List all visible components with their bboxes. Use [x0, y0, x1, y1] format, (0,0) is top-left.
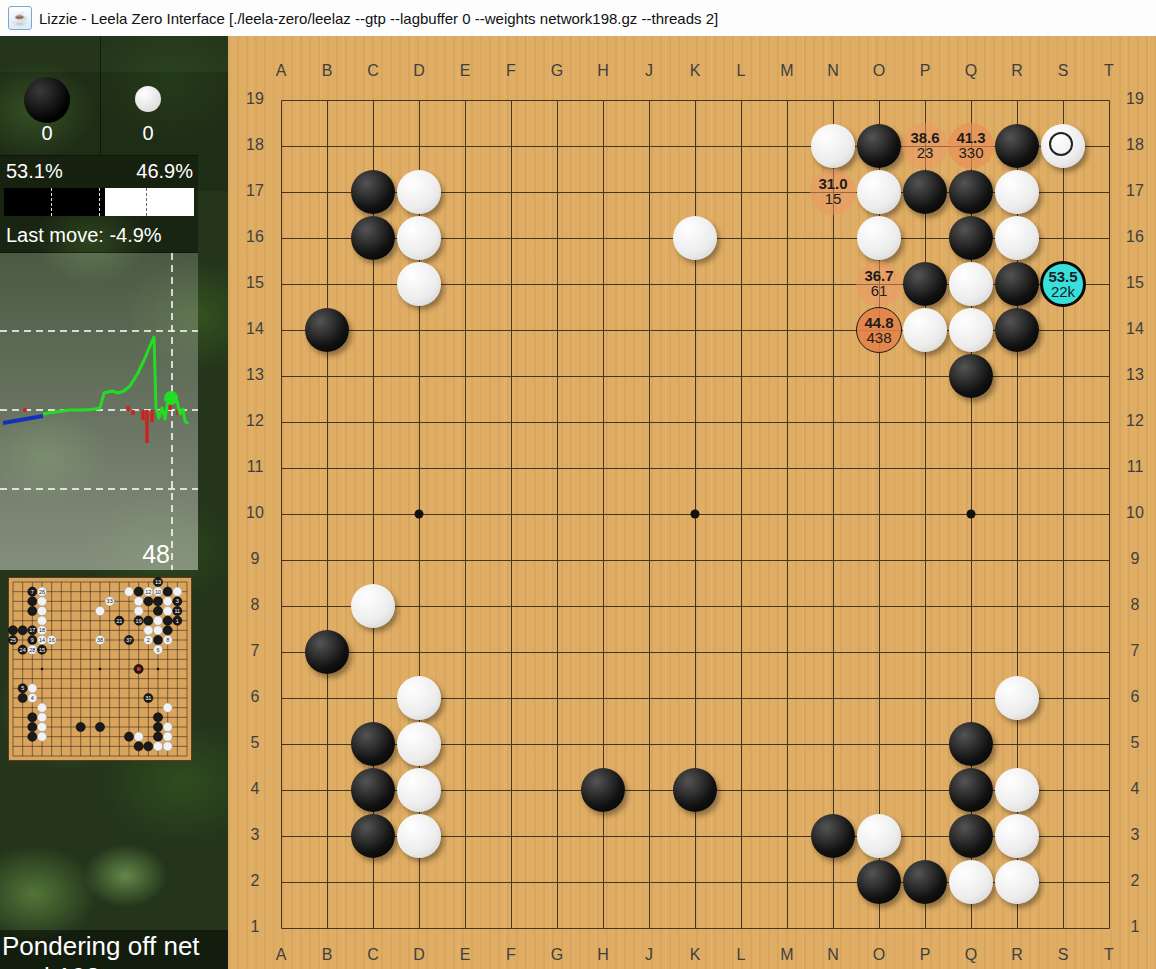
row-label-left: 6 — [238, 688, 272, 706]
row-label-right: 17 — [1118, 182, 1152, 200]
svg-text:37: 37 — [126, 637, 132, 643]
col-label-top: H — [586, 62, 620, 80]
sub-stone-R3 — [163, 732, 172, 741]
row-label-right: 13 — [1118, 366, 1152, 384]
stone-O18 — [857, 124, 901, 168]
suggestion-O15[interactable]: 36.761 — [856, 261, 902, 307]
col-label-bottom: J — [632, 946, 666, 964]
sub-stone-C8 — [28, 684, 37, 693]
col-label-bottom: A — [264, 946, 298, 964]
stone-R18 — [995, 124, 1039, 168]
col-label-top: T — [1092, 62, 1126, 80]
col-label-bottom: P — [908, 946, 942, 964]
row-label-right: 3 — [1118, 826, 1152, 844]
svg-text:18: 18 — [39, 627, 45, 633]
stone-O16 — [857, 216, 901, 260]
col-label-bottom: B — [310, 946, 344, 964]
row-label-left: 10 — [238, 504, 272, 522]
stone-Q17 — [949, 170, 993, 214]
col-label-bottom: Q — [954, 946, 988, 964]
stone-O3 — [857, 814, 901, 858]
svg-text:21: 21 — [116, 618, 122, 624]
sub-stone-O2 — [134, 742, 143, 751]
sub-stone-R18 — [163, 587, 172, 596]
graph-current-move-dot — [164, 391, 178, 405]
black-stone-icon — [24, 77, 70, 123]
sub-stone-O17 — [134, 597, 143, 606]
row-label-right: 2 — [1118, 872, 1152, 890]
sub-stone-P15 — [144, 616, 153, 625]
svg-text:4: 4 — [31, 695, 34, 701]
col-label-top: D — [402, 62, 436, 80]
row-label-right: 15 — [1118, 274, 1152, 292]
sub-stone-Q16 — [153, 606, 162, 615]
svg-text:10: 10 — [155, 589, 161, 595]
sub-stone-D6 — [37, 703, 46, 712]
stone-O17 — [857, 170, 901, 214]
col-label-top: R — [1000, 62, 1034, 80]
sub-stone-P14 — [144, 626, 153, 635]
window-title: Lizzie - Leela Zero Interface [./leela-z… — [39, 10, 718, 27]
sub-stone-B7 — [18, 693, 27, 702]
sub-stone-Q17 — [153, 597, 162, 606]
row-label-right: 18 — [1118, 136, 1152, 154]
stone-Q2 — [949, 860, 993, 904]
svg-text:2: 2 — [147, 637, 150, 643]
col-label-top: J — [632, 62, 666, 80]
sub-stone-P2 — [144, 742, 153, 751]
stone-P2 — [903, 860, 947, 904]
variation-subboard: 1372612103331121191171825914163837282428… — [8, 577, 192, 761]
row-label-left: 3 — [238, 826, 272, 844]
sub-stone-O3 — [134, 732, 143, 741]
row-label-right: 19 — [1118, 90, 1152, 108]
stone-D6 — [397, 676, 441, 720]
col-label-top: G — [540, 62, 574, 80]
stone-P17 — [903, 170, 947, 214]
sub-stone-D17 — [37, 597, 46, 606]
stone-D4 — [397, 768, 441, 812]
sub-stone-P17 — [144, 597, 153, 606]
stone-D16 — [397, 216, 441, 260]
col-label-bottom: N — [816, 946, 850, 964]
stone-C3 — [351, 814, 395, 858]
status-text-clipped: work198.gz — [2, 962, 135, 969]
captures-divider — [100, 36, 101, 155]
row-label-right: 7 — [1118, 642, 1152, 660]
sub-stone-C5 — [28, 713, 37, 722]
stone-R4 — [995, 768, 1039, 812]
row-label-left: 19 — [238, 90, 272, 108]
col-label-bottom: H — [586, 946, 620, 964]
row-label-right: 14 — [1118, 320, 1152, 338]
sub-stone-D4 — [37, 722, 46, 731]
sub-stone-A14 — [8, 626, 17, 635]
row-label-right: 1 — [1118, 918, 1152, 936]
col-label-bottom: O — [862, 946, 896, 964]
stone-S18 — [1041, 124, 1085, 168]
col-label-bottom: C — [356, 946, 390, 964]
stone-D15 — [397, 262, 441, 306]
col-label-top: A — [264, 62, 298, 80]
sub-stone-Q5 — [153, 713, 162, 722]
stone-P15 — [903, 262, 947, 306]
sub-stone-R6 — [163, 703, 172, 712]
sub-stone-B14 — [18, 626, 27, 635]
svg-text:14: 14 — [39, 637, 45, 643]
svg-text:1: 1 — [176, 618, 179, 624]
star-point — [415, 510, 424, 519]
suggestion-N17[interactable]: 31.015 — [810, 169, 856, 215]
title-bar: ☕ Lizzie - Leela Zero Interface [./leela… — [0, 0, 1156, 37]
row-label-left: 7 — [238, 642, 272, 660]
stone-R6 — [995, 676, 1039, 720]
sub-stone-K16 — [95, 606, 104, 615]
sub-stone-R2 — [163, 742, 172, 751]
col-label-top: B — [310, 62, 344, 80]
stone-N18 — [811, 124, 855, 168]
svg-text:28: 28 — [29, 647, 35, 653]
stone-Q5 — [949, 722, 993, 766]
white-captures-count: 0 — [128, 122, 168, 145]
status-text: Pondering off net — [2, 931, 200, 962]
stone-P14 — [903, 308, 947, 352]
col-label-top: E — [448, 62, 482, 80]
stone-C5 — [351, 722, 395, 766]
col-label-top: S — [1046, 62, 1080, 80]
svg-text:31: 31 — [145, 695, 151, 701]
col-label-top: K — [678, 62, 712, 80]
winrate-bar-black — [4, 188, 105, 216]
white-stone-icon — [135, 86, 161, 112]
col-label-bottom: M — [770, 946, 804, 964]
stone-O2 — [857, 860, 901, 904]
star-point — [967, 510, 976, 519]
winrate-tick-25 — [51, 188, 52, 216]
col-label-top: N — [816, 62, 850, 80]
stone-Q13 — [949, 354, 993, 398]
sub-stone-K4 — [95, 722, 104, 731]
java-coffee-icon: ☕ — [8, 6, 32, 30]
stone-B7 — [305, 630, 349, 674]
col-label-bottom: K — [678, 946, 712, 964]
svg-text:6: 6 — [156, 647, 159, 653]
svg-text:33: 33 — [107, 598, 113, 604]
svg-text:38: 38 — [97, 637, 103, 643]
stone-D3 — [397, 814, 441, 858]
stone-R2 — [995, 860, 1039, 904]
suggestion-O14[interactable]: 44.8438 — [856, 307, 902, 353]
svg-text:7: 7 — [31, 589, 34, 595]
sub-stone-D16 — [37, 606, 46, 615]
stone-Q3 — [949, 814, 993, 858]
row-label-left: 13 — [238, 366, 272, 384]
svg-text:17: 17 — [29, 627, 35, 633]
stone-D5 — [397, 722, 441, 766]
stone-R3 — [995, 814, 1039, 858]
suggestion-P18[interactable]: 38.623 — [902, 123, 948, 169]
sub-stone-C17 — [28, 597, 37, 606]
stone-B14 — [305, 308, 349, 352]
svg-text:5: 5 — [21, 685, 24, 691]
row-label-left: 8 — [238, 596, 272, 614]
svg-text:19: 19 — [136, 618, 142, 624]
suggestion-S15[interactable]: 53.522k — [1040, 261, 1086, 307]
svg-text:15: 15 — [39, 647, 45, 653]
stone-Q16 — [949, 216, 993, 260]
sub-stone-Q13 — [153, 635, 162, 644]
svg-text:3: 3 — [176, 598, 179, 604]
sub-stone-O16 — [134, 606, 143, 615]
current-move-number: 48 — [118, 540, 170, 569]
row-label-left: 1 — [238, 918, 272, 936]
sub-stone-H4 — [76, 722, 85, 731]
row-label-right: 5 — [1118, 734, 1152, 752]
row-label-left: 11 — [238, 458, 272, 476]
row-label-left: 9 — [238, 550, 272, 568]
sub-stone-R14 — [163, 626, 172, 635]
col-label-bottom: E — [448, 946, 482, 964]
sub-stone-O18 — [134, 587, 143, 596]
svg-text:9: 9 — [31, 637, 34, 643]
col-label-top: L — [724, 62, 758, 80]
sub-stone-R16 — [163, 606, 172, 615]
col-label-top: C — [356, 62, 390, 80]
stone-R16 — [995, 216, 1039, 260]
sub-stone-D3 — [37, 732, 46, 741]
stone-K16 — [673, 216, 717, 260]
svg-text:13: 13 — [155, 579, 161, 585]
col-label-top: P — [908, 62, 942, 80]
stone-K4 — [673, 768, 717, 812]
row-label-left: 2 — [238, 872, 272, 890]
sub-stone-R17 — [163, 597, 172, 606]
sub-stone-S18 — [173, 587, 182, 596]
col-label-bottom: D — [402, 946, 436, 964]
star-point — [691, 510, 700, 519]
sub-stone-Q2 — [153, 742, 162, 751]
svg-text:16: 16 — [49, 637, 55, 643]
svg-text:8: 8 — [166, 637, 169, 643]
stone-C8 — [351, 584, 395, 628]
black-captures-count: 0 — [27, 122, 67, 145]
stone-Q14 — [949, 308, 993, 352]
stone-C17 — [351, 170, 395, 214]
sub-stone-Q15 — [153, 616, 162, 625]
col-label-top: O — [862, 62, 896, 80]
row-label-left: 14 — [238, 320, 272, 338]
row-label-left: 12 — [238, 412, 272, 430]
svg-text:12: 12 — [145, 589, 151, 595]
row-label-right: 4 — [1118, 780, 1152, 798]
last-move-delta: Last move: -4.9% — [6, 224, 162, 247]
stone-Q4 — [949, 768, 993, 812]
sub-stone-Q3 — [153, 732, 162, 741]
col-label-bottom: F — [494, 946, 528, 964]
white-winrate-label: 46.9% — [3, 160, 193, 183]
sub-stone-C16 — [28, 606, 37, 615]
col-label-top: F — [494, 62, 528, 80]
col-label-top: Q — [954, 62, 988, 80]
sub-stone-C3 — [28, 732, 37, 741]
row-label-right: 9 — [1118, 550, 1152, 568]
row-label-right: 6 — [1118, 688, 1152, 706]
row-label-right: 16 — [1118, 228, 1152, 246]
sub-stone-D5 — [37, 713, 46, 722]
svg-text:26: 26 — [39, 589, 45, 595]
svg-text:25: 25 — [10, 637, 16, 643]
stone-R15 — [995, 262, 1039, 306]
lizzie-window: ☕ Lizzie - Leela Zero Interface [./leela… — [0, 0, 1156, 969]
col-label-bottom: L — [724, 946, 758, 964]
row-label-right: 8 — [1118, 596, 1152, 614]
winrate-graph[interactable] — [0, 253, 198, 570]
suggestion-Q18[interactable]: 41.3330 — [948, 123, 994, 169]
stone-H4 — [581, 768, 625, 812]
row-label-left: 5 — [238, 734, 272, 752]
sub-stone-C4 — [28, 722, 37, 731]
col-label-bottom: R — [1000, 946, 1034, 964]
winrate-tick-75 — [146, 188, 147, 216]
sub-stone-Q14 — [153, 626, 162, 635]
stone-D17 — [397, 170, 441, 214]
svg-text:24: 24 — [20, 647, 26, 653]
row-label-left: 18 — [238, 136, 272, 154]
stone-R17 — [995, 170, 1039, 214]
sub-stone-R4 — [163, 722, 172, 731]
sub-stone-N18 — [124, 587, 133, 596]
col-label-bottom: T — [1092, 946, 1126, 964]
col-label-bottom: G — [540, 946, 574, 964]
col-label-bottom: S — [1046, 946, 1080, 964]
col-label-top: M — [770, 62, 804, 80]
winrate-tick-50 — [99, 188, 100, 216]
row-label-left: 17 — [238, 182, 272, 200]
sub-stone-N3 — [124, 732, 133, 741]
last-move-marker — [1049, 132, 1073, 156]
sub-stone-Q4 — [153, 722, 162, 731]
svg-text:11: 11 — [174, 608, 180, 614]
stone-C4 — [351, 768, 395, 812]
row-label-right: 11 — [1118, 458, 1152, 476]
winrate-bar — [4, 188, 194, 216]
row-label-right: 12 — [1118, 412, 1152, 430]
stone-C16 — [351, 216, 395, 260]
row-label-right: 10 — [1118, 504, 1152, 522]
row-label-left: 15 — [238, 274, 272, 292]
stone-Q15 — [949, 262, 993, 306]
row-label-left: 16 — [238, 228, 272, 246]
sub-stone-D15 — [37, 616, 46, 625]
stone-N3 — [811, 814, 855, 858]
row-label-left: 4 — [238, 780, 272, 798]
stone-R14 — [995, 308, 1039, 352]
sub-stone-R15 — [163, 616, 172, 625]
